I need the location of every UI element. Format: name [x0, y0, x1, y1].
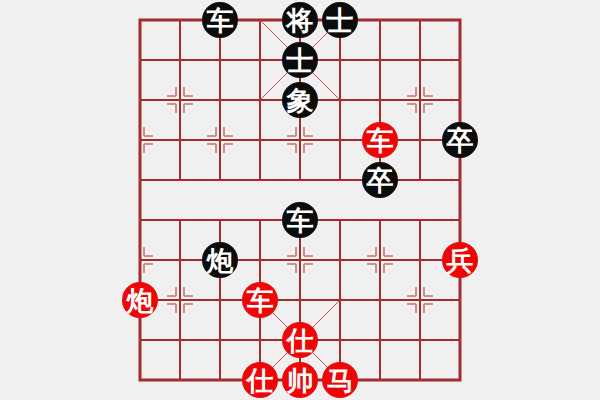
piece-red-horse[interactable]: 马: [322, 362, 358, 398]
piece-black-soldier[interactable]: 卒: [442, 122, 478, 158]
piece-red-soldier[interactable]: 兵: [442, 242, 478, 278]
xiangqi-board[interactable]: 车将士士象卒卒车炮车兵炮车仕仕帅马: [0, 0, 600, 400]
piece-red-cannon[interactable]: 炮: [122, 282, 158, 318]
piece-red-advisor[interactable]: 仕: [282, 322, 318, 358]
piece-black-soldier[interactable]: 卒: [362, 162, 398, 198]
piece-black-general[interactable]: 将: [282, 2, 318, 38]
piece-red-chariot[interactable]: 车: [242, 282, 278, 318]
piece-black-chariot[interactable]: 车: [202, 2, 238, 38]
piece-black-advisor[interactable]: 士: [322, 2, 358, 38]
piece-red-general[interactable]: 帅: [282, 362, 318, 398]
piece-red-chariot[interactable]: 车: [362, 122, 398, 158]
piece-black-cannon[interactable]: 炮: [202, 242, 238, 278]
piece-black-chariot[interactable]: 车: [282, 202, 318, 238]
piece-red-advisor[interactable]: 仕: [242, 362, 278, 398]
piece-black-elephant[interactable]: 象: [282, 82, 318, 118]
pieces-layer: 车将士士象卒卒车炮车兵炮车仕仕帅马: [0, 0, 600, 400]
piece-black-advisor[interactable]: 士: [282, 42, 318, 78]
